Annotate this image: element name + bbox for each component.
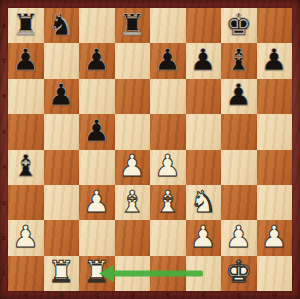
square-c7[interactable]: ♟ — [79, 43, 115, 78]
white-pawn-c3[interactable]: ♟ — [83, 187, 110, 217]
square-g6[interactable]: ♟ — [221, 79, 257, 114]
square-e3[interactable]: ♝ — [150, 185, 186, 220]
square-d6[interactable] — [115, 79, 151, 114]
square-a4[interactable]: ♝ — [8, 150, 44, 185]
file-label-d: D — [115, 291, 151, 299]
rank-label-1: 1 — [0, 256, 8, 291]
square-e1[interactable] — [150, 256, 186, 291]
file-label-a: A — [8, 291, 44, 299]
black-pawn-e7[interactable]: ♟ — [154, 45, 181, 75]
square-d2[interactable] — [115, 220, 151, 255]
file-label-b: B — [44, 291, 80, 299]
square-c4[interactable] — [79, 150, 115, 185]
black-bishop-a4[interactable]: ♝ — [12, 151, 39, 181]
black-king-g8[interactable]: ♚ — [225, 10, 252, 40]
file-labels: ABCDEFGH — [8, 291, 292, 299]
rank-label-8: 8 — [0, 8, 8, 43]
square-c5[interactable]: ♟ — [79, 114, 115, 149]
white-rook-b1[interactable]: ♜ — [48, 257, 75, 287]
square-b3[interactable] — [44, 185, 80, 220]
white-pawn-h2[interactable]: ♟ — [261, 222, 288, 252]
square-a5[interactable] — [8, 114, 44, 149]
square-d7[interactable] — [115, 43, 151, 78]
square-b4[interactable] — [44, 150, 80, 185]
square-b7[interactable] — [44, 43, 80, 78]
file-label-e: E — [150, 291, 186, 299]
square-b5[interactable] — [44, 114, 80, 149]
black-pawn-g6[interactable]: ♟ — [225, 80, 252, 110]
black-pawn-b6[interactable]: ♟ — [48, 80, 75, 110]
black-bishop-g7[interactable]: ♝ — [225, 45, 252, 75]
square-c8[interactable] — [79, 8, 115, 43]
square-f2[interactable]: ♟ — [186, 220, 222, 255]
square-e2[interactable] — [150, 220, 186, 255]
black-pawn-c7[interactable]: ♟ — [83, 45, 110, 75]
black-rook-d8[interactable]: ♜ — [119, 10, 146, 40]
square-d5[interactable] — [115, 114, 151, 149]
square-f4[interactable] — [186, 150, 222, 185]
square-e7[interactable]: ♟ — [150, 43, 186, 78]
square-c2[interactable] — [79, 220, 115, 255]
white-pawn-a2[interactable]: ♟ — [12, 222, 39, 252]
square-f8[interactable] — [186, 8, 222, 43]
square-f1[interactable] — [186, 256, 222, 291]
square-g5[interactable] — [221, 114, 257, 149]
white-knight-f3[interactable]: ♞ — [190, 187, 217, 217]
square-c6[interactable] — [79, 79, 115, 114]
square-a2[interactable]: ♟ — [8, 220, 44, 255]
square-e8[interactable] — [150, 8, 186, 43]
black-pawn-h7[interactable]: ♟ — [261, 45, 288, 75]
square-a1[interactable] — [8, 256, 44, 291]
square-d8[interactable]: ♜ — [115, 8, 151, 43]
square-g3[interactable] — [221, 185, 257, 220]
square-g2[interactable]: ♟ — [221, 220, 257, 255]
square-c3[interactable]: ♟ — [79, 185, 115, 220]
square-a7[interactable]: ♟ — [8, 43, 44, 78]
square-e5[interactable] — [150, 114, 186, 149]
square-a6[interactable] — [8, 79, 44, 114]
square-h1[interactable] — [257, 256, 293, 291]
square-d3[interactable]: ♝ — [115, 185, 151, 220]
file-label-g: G — [221, 291, 257, 299]
black-pawn-a7[interactable]: ♟ — [12, 45, 39, 75]
rank-label-6: 6 — [0, 79, 8, 114]
black-pawn-f7[interactable]: ♟ — [190, 45, 217, 75]
file-label-f: F — [186, 291, 222, 299]
white-pawn-d4[interactable]: ♟ — [119, 151, 146, 181]
rank-label-2: 2 — [0, 220, 8, 255]
white-pawn-e4[interactable]: ♟ — [154, 151, 181, 181]
square-f5[interactable] — [186, 114, 222, 149]
white-rook-c1[interactable]: ♜ — [83, 257, 110, 287]
file-label-h: H — [257, 291, 293, 299]
square-d1[interactable] — [115, 256, 151, 291]
rank-label-7: 7 — [0, 43, 8, 78]
white-bishop-e3[interactable]: ♝ — [154, 187, 181, 217]
chess-board: ♜♞♜♚♟♟♟♟♝♟♟♟♟♝♟♟♟♝♝♞♟♟♟♟♜♜♚ — [8, 8, 292, 291]
white-pawn-f2[interactable]: ♟ — [190, 222, 217, 252]
square-e6[interactable] — [150, 79, 186, 114]
white-king-g1[interactable]: ♚ — [225, 257, 252, 287]
square-h6[interactable] — [257, 79, 293, 114]
rank-label-4: 4 — [0, 150, 8, 185]
square-g1[interactable]: ♚ — [221, 256, 257, 291]
square-g7[interactable]: ♝ — [221, 43, 257, 78]
square-f6[interactable] — [186, 79, 222, 114]
rank-label-3: 3 — [0, 185, 8, 220]
square-h3[interactable] — [257, 185, 293, 220]
square-g4[interactable] — [221, 150, 257, 185]
square-e4[interactable]: ♟ — [150, 150, 186, 185]
square-b8[interactable]: ♞ — [44, 8, 80, 43]
white-pawn-g2[interactable]: ♟ — [225, 222, 252, 252]
square-g8[interactable]: ♚ — [221, 8, 257, 43]
square-b1[interactable]: ♜ — [44, 256, 80, 291]
square-a8[interactable]: ♜ — [8, 8, 44, 43]
black-knight-b8[interactable]: ♞ — [48, 10, 75, 40]
rank-label-5: 5 — [0, 114, 8, 149]
square-h8[interactable] — [257, 8, 293, 43]
square-b6[interactable]: ♟ — [44, 79, 80, 114]
square-f3[interactable]: ♞ — [186, 185, 222, 220]
square-h4[interactable] — [257, 150, 293, 185]
file-label-c: C — [79, 291, 115, 299]
square-c1[interactable]: ♜ — [79, 256, 115, 291]
square-a3[interactable] — [8, 185, 44, 220]
white-bishop-d3[interactable]: ♝ — [119, 187, 146, 217]
square-b2[interactable] — [44, 220, 80, 255]
square-h7[interactable]: ♟ — [257, 43, 293, 78]
black-rook-a8[interactable]: ♜ — [12, 10, 39, 40]
square-d4[interactable]: ♟ — [115, 150, 151, 185]
black-pawn-c5[interactable]: ♟ — [83, 116, 110, 146]
square-h2[interactable]: ♟ — [257, 220, 293, 255]
square-h5[interactable] — [257, 114, 293, 149]
rank-labels: 87654321 — [0, 8, 8, 291]
square-f7[interactable]: ♟ — [186, 43, 222, 78]
